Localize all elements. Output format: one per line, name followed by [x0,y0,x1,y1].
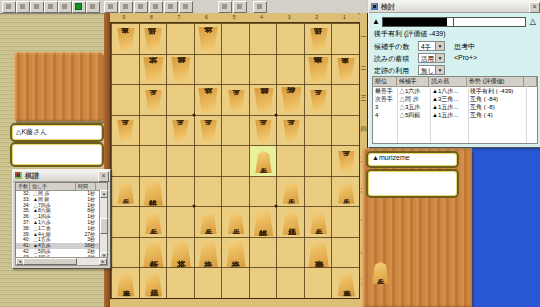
dropdown-value: 活用 [421,55,434,64]
toolbar-button-nav-1[interactable] [218,1,232,13]
file-label: 6 [193,13,221,22]
eval-bar-marker [453,17,455,27]
shogi-piece-gote-l[interactable]: 香車 [117,28,135,52]
kifu-scroll-thumb[interactable] [100,218,108,234]
chevron-down-icon[interactable]: ▼ [435,42,444,50]
kifu-column-header[interactable]: 指し手 [30,183,76,190]
kifu-move-list[interactable]: 手数指し手時間 32:△同 歩1秒33:▲同 銀1秒34:△7四歩1秒35:▲8… [15,182,108,261]
shogi-piece-sente-p[interactable]: 歩兵 [117,182,134,204]
shogi-piece-sente-n[interactable]: 桂馬 [144,272,162,296]
file-2-icon [20,4,25,9]
setting-label: 候補手の数 [374,42,409,52]
close-icon[interactable]: × [529,2,540,13]
candidate-column-header[interactable]: 順位 [373,77,397,86]
board-grid[interactable]: 香車桂馬金将桂馬王将銀将飛車香車歩兵金将歩兵銀将角行歩兵歩兵歩兵歩兵歩兵歩兵歩兵… [110,22,360,299]
evaluation-bar: ▲ △ [372,16,536,27]
shogi-piece-sente-p[interactable]: 歩兵 [372,262,389,284]
kifu-window: 棋譜 × 手数指し手時間 32:△同 歩1秒33:▲同 銀1秒34:△7四歩1秒… [12,169,111,269]
toolbar-button-board-green[interactable] [72,1,86,13]
view-1-icon [108,4,113,9]
analysis-window-icon [371,3,378,10]
scroll-right-icon[interactable]: ► [99,258,107,265]
shogi-piece-sente-p[interactable]: 歩兵 [338,182,355,204]
shogi-piece-sente-r[interactable]: 飛車 [308,240,329,267]
file-coordinates: 987654321 [110,13,358,22]
rank-label: 一 [360,33,367,42]
toolbar-button-file-3[interactable] [30,1,44,13]
gote-komadai[interactable] [14,52,103,121]
star-point [192,113,195,116]
candidate-cell: 互角 ( -84) [468,95,526,103]
file-label: 5 [220,13,248,22]
shogi-piece-gote-g[interactable]: 金将 [198,27,218,53]
setting-dropdown[interactable]: 4手▼ [418,41,445,51]
sente-hand-pieces: 歩兵 [366,252,466,302]
setting-status: 思考中 [454,42,475,52]
candidate-cell: △同 歩 [397,95,430,103]
candidate-cell: ▲1五歩... [430,111,468,119]
candidate-cell: ▲3三角... [430,95,468,103]
toolbar-button-option[interactable] [253,1,267,13]
toolbar-button-view-3[interactable] [134,1,148,13]
rank-label: 三 [360,94,367,103]
toolbar-button-view-4[interactable] [149,1,163,13]
shogi-piece-sente-s[interactable]: 銀将 [254,210,274,236]
analysis-titlebar[interactable]: 検討 × [369,1,540,13]
shogi-piece-sente-n[interactable]: 桂馬 [282,211,300,235]
setting-label: 読みの蓄積 [374,54,409,64]
shogi-piece-sente-b[interactable]: 角行 [143,240,164,267]
shogi-piece-gote-n[interactable]: 桂馬 [310,28,328,52]
shogi-piece-sente-p[interactable]: 歩兵 [145,212,162,234]
candidate-cell: 最善手 [373,87,397,95]
desktop-background [472,146,540,307]
shogi-piece-gote-p[interactable]: 歩兵 [255,120,272,142]
column-separator [430,86,431,143]
view-2-icon [123,4,128,9]
shogi-piece-sente-p[interactable]: 歩兵 [310,212,327,234]
shogi-piece-gote-p[interactable]: 歩兵 [145,90,162,112]
rank-label: 四 [360,125,367,134]
file-1-icon [6,4,11,9]
toolbar-button-file-4[interactable] [44,1,58,13]
shogi-piece-sente-k[interactable]: 玉将 [170,240,191,267]
dropdown-value: 無し [421,67,434,76]
main-toolbar [0,0,368,14]
view-3-icon [138,4,143,9]
toolbar-button-file-2[interactable] [16,1,30,13]
column-separator [526,86,527,143]
view-6-icon [183,4,188,9]
kifu-horizontal-scrollbar[interactable]: ◄ ► [15,257,108,266]
file-4-icon [48,4,53,9]
board-green-icon [75,3,82,10]
shogi-app-window: △K藤さん 987654321 香車桂馬金将桂馬王将銀将飛車香車歩兵金将歩兵銀将… [0,0,540,307]
player-name-gote: △K藤さん [10,123,104,142]
toolbar-button-view-5[interactable] [164,1,178,13]
nav-1-icon [222,4,227,9]
shogi-piece-gote-g[interactable]: 金将 [198,88,218,114]
file-label: 9 [110,13,138,22]
shogi-piece-sente-g[interactable]: 金将 [198,241,218,267]
kifu-hscroll-thumb[interactable] [23,258,77,265]
player-name-sente: ▲murizeme [366,151,459,168]
analysis-window: 検討 × ▲ △ 後手有利 (評価値 -439) 候補手の数4手▼思考中読みの蓄… [368,0,540,148]
candidate-cell: ▲1八歩... [430,87,468,95]
candidate-cell: 互角 ( 4) [468,111,526,119]
star-point [275,205,278,208]
setting-status: <Pro+> [454,54,477,61]
kifu-window-icon [15,172,22,179]
setting-dropdown[interactable]: 無し▼ [418,65,445,75]
sente-triangle-icon: ▲ [372,17,380,26]
shogi-piece-gote-p[interactable]: 歩兵 [338,151,355,173]
shogi-piece-gote-r[interactable]: 飛車 [308,57,329,84]
candidate-cell: △5四銀 [397,111,430,119]
shogi-piece-gote-ou[interactable]: 王将 [143,57,164,84]
setting-dropdown[interactable]: 活用▼ [418,53,445,63]
candidate-cell: 4 [373,111,397,119]
chevron-down-icon[interactable]: ▼ [435,54,444,62]
star-point [275,113,278,116]
shogi-piece-gote-p[interactable]: 歩兵 [228,90,245,112]
shogi-board: 987654321 香車桂馬金将桂馬王将銀将飛車香車歩兵金将歩兵銀将角行歩兵歩兵… [104,13,368,307]
shogi-piece-sente-p[interactable]: 歩兵 [200,212,217,234]
gote-triangle-icon: △ [530,17,536,26]
setting-label: 定跡の利用 [374,66,409,76]
candidate-column-header[interactable]: 形勢 (評価値) [467,77,524,86]
gote-time-box [10,142,104,167]
shogi-piece-sente-g[interactable]: 金将 [226,241,246,267]
gote-name-label: △K藤さん [16,127,47,137]
chevron-down-icon[interactable]: ▼ [435,66,444,74]
shogi-piece-sente-l[interactable]: 香車 [117,272,135,296]
toolbar-button-file-6[interactable] [86,1,100,13]
file-5-icon [62,4,67,9]
dropdown-value: 4手 [421,43,431,52]
kifu-titlebar[interactable]: 棋譜 × [13,170,110,182]
toolbar-button-file-5[interactable] [58,1,72,13]
nav-2-icon [237,4,242,9]
file-label: 2 [303,13,331,22]
shogi-piece-gote-p[interactable]: 歩兵 [283,120,300,142]
column-separator [397,86,398,143]
shogi-piece-gote-s[interactable]: 銀将 [254,88,274,114]
toolbar-button-view-2[interactable] [119,1,133,13]
file-label: 4 [248,13,276,22]
candidate-column-header[interactable]: 候補手 [397,77,430,86]
eval-bar-track [382,17,526,27]
shogi-piece-sente-l[interactable]: 香車 [337,272,355,296]
option-icon [257,4,262,9]
star-point [192,205,195,208]
file-label: 1 [331,13,359,22]
shogi-piece-sente-p[interactable]: 歩兵 [283,182,300,204]
file-label: 8 [138,13,166,22]
candidate-cell: 次善手 [373,95,397,103]
candidate-cell: 後手有利 ( -439) [468,87,526,95]
close-icon[interactable]: × [98,171,109,182]
candidate-cell: ▲1五歩... [430,103,468,111]
kifu-vertical-scrollbar[interactable]: ▲ ▼ [99,190,107,260]
toolbar-button-file-1[interactable] [2,1,16,13]
file-6-icon [90,4,95,9]
kifu-window-title: 棋譜 [25,171,39,181]
evaluation-text: 後手有利 (評価値 -439) [374,29,446,39]
candidate-cell: △3五歩 [397,103,430,111]
column-separator [468,86,469,143]
file-label: 3 [275,13,303,22]
shogi-piece-gote-l[interactable]: 香車 [337,58,355,82]
shogi-piece-gote-p[interactable]: 歩兵 [117,120,134,142]
kifu-column-header[interactable]: 手数 [16,183,30,190]
shogi-piece-gote-n[interactable]: 桂馬 [144,28,162,52]
file-label: 7 [165,13,193,22]
shogi-piece-gote-b[interactable]: 角行 [281,87,302,114]
sente-name-label: ▲murizeme [372,154,410,161]
candidate-cell: △1六歩 [397,87,430,95]
analysis-window-title: 検討 [381,2,395,12]
toolbar-button-view-6[interactable] [179,1,193,13]
shogi-piece-sente-s[interactable]: 銀将 [143,180,163,206]
shogi-piece-gote-p[interactable]: 歩兵 [172,120,189,142]
toolbar-button-nav-2[interactable] [233,1,247,13]
board-bottom-frame [110,298,360,307]
rank-label: 二 [360,64,367,73]
candidate-cell: 互角 ( -8) [468,103,526,111]
shogi-piece-gote-p[interactable]: 歩兵 [310,90,327,112]
shogi-piece-gote-p[interactable]: 歩兵 [200,120,217,142]
toolbar-button-view-1[interactable] [104,1,118,13]
file-3-icon [34,4,39,9]
eval-bar-fill [383,18,447,26]
candidate-move-table[interactable]: 順位候補手読み筋形勢 (評価値) 最善手△1六歩▲1八歩...後手有利 ( -4… [372,76,538,144]
candidate-cell: 3 [373,103,397,111]
candidate-column-header[interactable] [524,77,537,86]
kifu-column-header[interactable]: 時間 [76,183,96,190]
shogi-piece-sente-p[interactable]: 歩兵 [228,212,245,234]
candidate-column-header[interactable]: 読み筋 [429,77,467,86]
scroll-up-icon[interactable]: ▲ [100,190,108,198]
shogi-piece-gote-s[interactable]: 銀将 [171,57,191,83]
sente-time-box [366,169,459,198]
view-4-icon [153,4,158,9]
view-5-icon [168,4,173,9]
